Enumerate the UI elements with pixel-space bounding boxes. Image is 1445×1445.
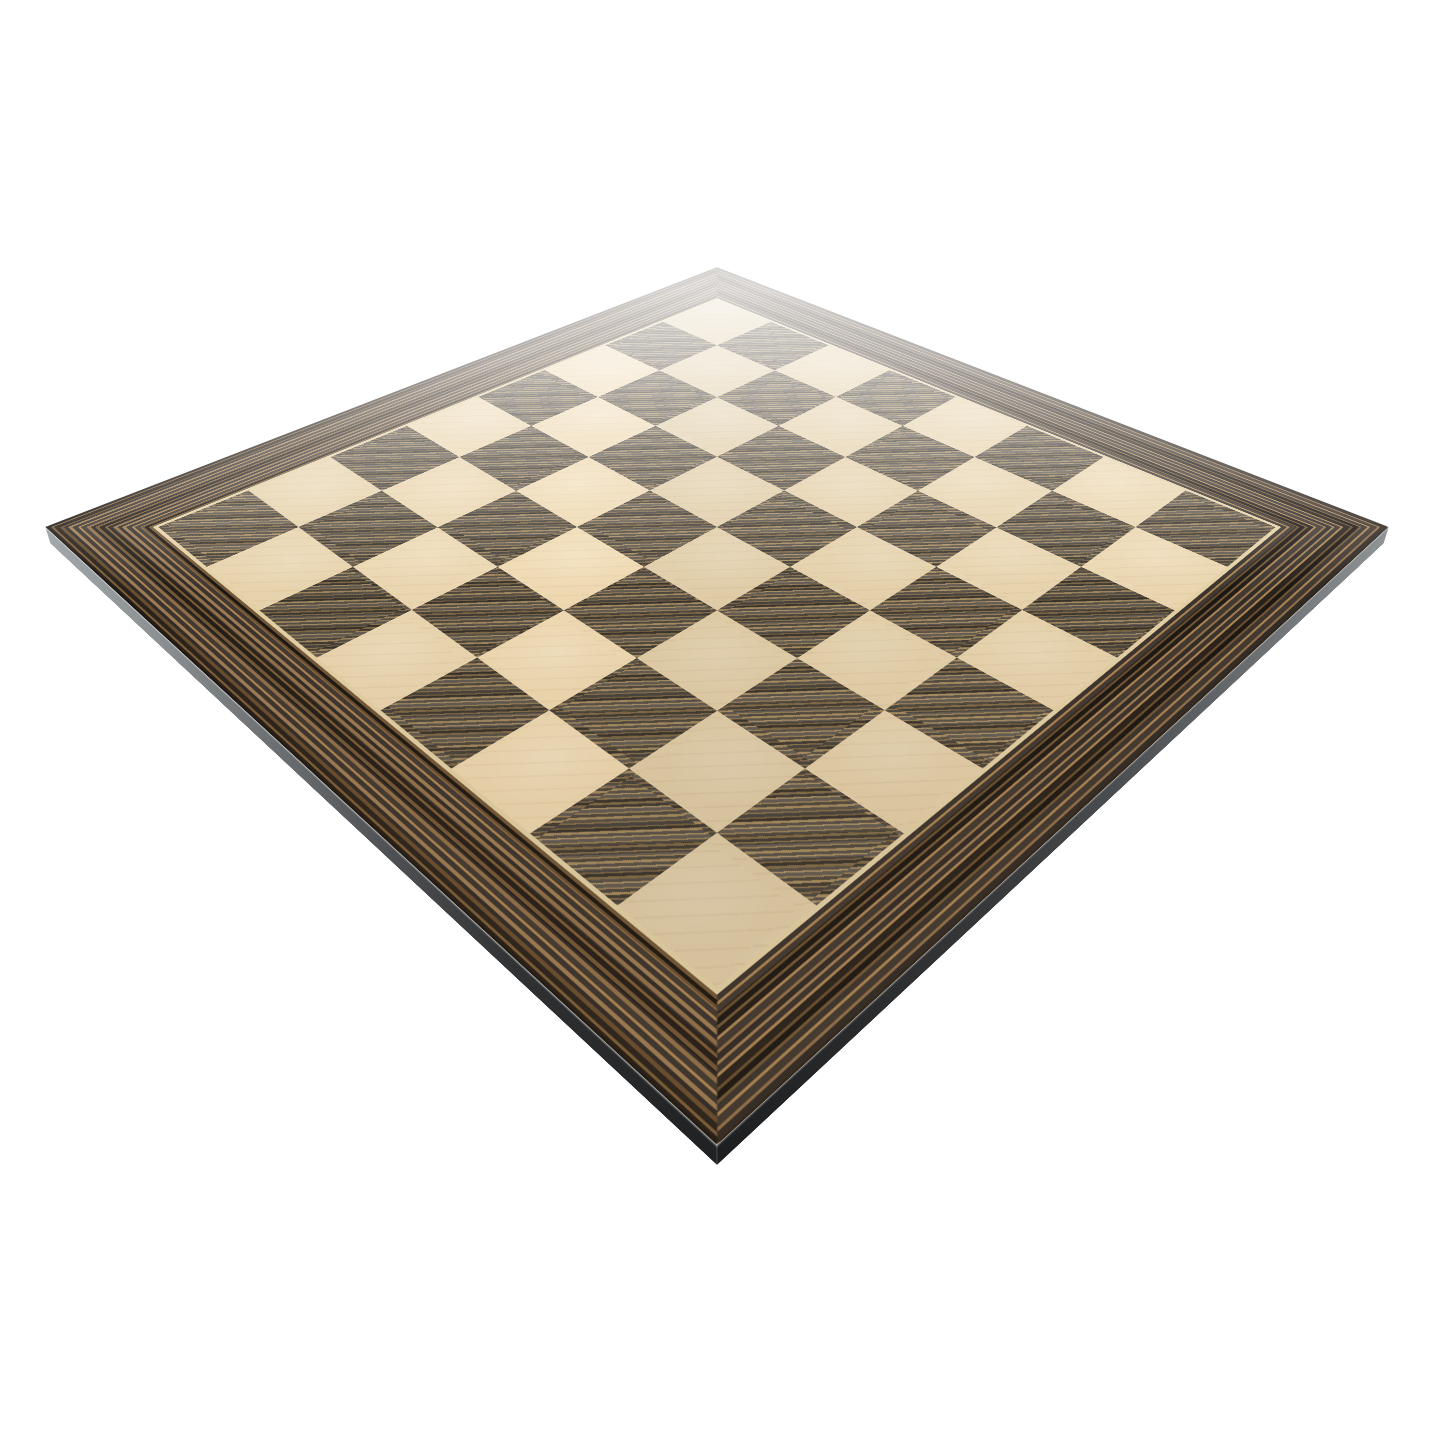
square-h7[interactable]	[1082, 527, 1228, 610]
square-g5[interactable]	[870, 567, 1023, 658]
square-d3[interactable]	[498, 527, 644, 610]
maple-inlay-border	[153, 298, 1282, 995]
square-b1[interactable]	[207, 527, 353, 610]
square-g1[interactable]	[530, 768, 717, 905]
squares-grid	[158, 300, 1275, 988]
square-c2[interactable]	[352, 527, 498, 610]
chess-board	[45, 267, 1389, 1145]
square-h5[interactable]	[957, 610, 1117, 710]
square-h4[interactable]	[885, 658, 1053, 769]
square-e2[interactable]	[477, 610, 637, 710]
square-e4[interactable]	[644, 527, 790, 610]
product-photo-scene	[0, 0, 1445, 1445]
square-g2[interactable]	[628, 710, 805, 833]
square-h6[interactable]	[1022, 567, 1175, 658]
square-f3[interactable]	[637, 610, 797, 710]
square-g6[interactable]	[936, 527, 1082, 610]
square-h2[interactable]	[717, 768, 904, 905]
board-top-face	[45, 267, 1389, 1145]
square-d1[interactable]	[317, 610, 477, 710]
square-f5[interactable]	[790, 527, 936, 610]
square-f4[interactable]	[717, 567, 870, 658]
square-e1[interactable]	[381, 658, 549, 769]
square-g4[interactable]	[797, 610, 957, 710]
square-c1[interactable]	[259, 567, 412, 658]
square-e3[interactable]	[564, 567, 717, 658]
square-g3[interactable]	[717, 658, 885, 769]
square-f2[interactable]	[549, 658, 717, 769]
square-h1[interactable]	[618, 833, 817, 987]
square-d2[interactable]	[412, 567, 565, 658]
square-h3[interactable]	[806, 710, 983, 833]
square-f1[interactable]	[451, 710, 628, 833]
